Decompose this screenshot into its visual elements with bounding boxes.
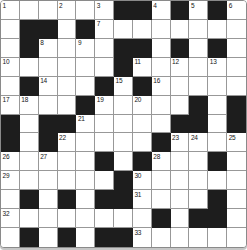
block-cell-r11-c11: [208, 209, 227, 228]
cell-r2-c8[interactable]: [152, 39, 171, 58]
cell-r2-c4[interactable]: 9: [76, 39, 95, 58]
cell-r6-c5[interactable]: [95, 115, 114, 134]
block-cell-r0-c9: [171, 1, 190, 20]
cell-r8-c0[interactable]: 26: [1, 152, 20, 171]
clue-number-16: 16: [153, 77, 160, 84]
clue-number-22: 22: [59, 134, 66, 141]
cell-r3-c10[interactable]: [189, 58, 208, 77]
cell-r7-c3[interactable]: 22: [58, 133, 77, 152]
cell-r4-c9[interactable]: [171, 77, 190, 96]
cell-r8-c4[interactable]: [76, 152, 95, 171]
cell-r5-c8[interactable]: [152, 96, 171, 115]
cell-r5-c1[interactable]: 18: [20, 96, 39, 115]
cell-r4-c8[interactable]: 16: [152, 77, 171, 96]
block-cell-r5-c4: [76, 96, 95, 115]
clue-number-21: 21: [78, 115, 85, 122]
block-cell-r8-c5: [95, 152, 114, 171]
cell-r9-c0[interactable]: 29: [1, 171, 20, 190]
clue-number-7: 7: [97, 20, 100, 27]
cell-r7-c7[interactable]: [133, 133, 152, 152]
cell-r2-c0[interactable]: [1, 39, 20, 58]
block-cell-r6-c0: [1, 115, 20, 134]
clue-number-20: 20: [134, 96, 141, 103]
clue-number-25: 25: [229, 134, 236, 141]
cell-r2-c5[interactable]: [95, 39, 114, 58]
cell-r1-c0[interactable]: [1, 20, 20, 39]
clue-number-3: 3: [97, 2, 100, 9]
block-cell-r2-c11: [208, 39, 227, 58]
cell-r9-c5[interactable]: [95, 171, 114, 190]
cell-r4-c2[interactable]: 14: [39, 77, 58, 96]
cell-r1-c12[interactable]: [227, 20, 246, 39]
block-cell-r7-c8: [152, 133, 171, 152]
cell-r5-c7[interactable]: 20: [133, 96, 152, 115]
block-cell-r6-c10: [189, 115, 208, 134]
cell-r2-c3[interactable]: [58, 39, 77, 58]
block-cell-r8-c11: [208, 152, 227, 171]
cell-r10-c2[interactable]: [39, 190, 58, 209]
cell-r8-c8[interactable]: 28: [152, 152, 171, 171]
cell-r1-c9[interactable]: [171, 20, 190, 39]
cell-r5-c11[interactable]: [208, 96, 227, 115]
clue-number-18: 18: [21, 96, 28, 103]
block-cell-r12-c6: [114, 228, 133, 247]
cell-r0-c4[interactable]: [76, 1, 95, 20]
block-cell-r2-c1: [20, 39, 39, 58]
cell-r3-c12[interactable]: [227, 58, 246, 77]
cell-r11-c12[interactable]: [227, 209, 246, 228]
block-cell-r10-c3: [58, 190, 77, 209]
clue-number-23: 23: [172, 134, 179, 141]
cell-r11-c6[interactable]: [114, 209, 133, 228]
cell-r9-c8[interactable]: [152, 171, 171, 190]
cell-r0-c12[interactable]: 6: [227, 1, 246, 20]
block-cell-r0-c11: [208, 1, 227, 20]
cell-r10-c10[interactable]: [189, 190, 208, 209]
cell-r8-c9[interactable]: [171, 152, 190, 171]
cell-r8-c6[interactable]: [114, 152, 133, 171]
cell-r7-c6[interactable]: [114, 133, 133, 152]
cell-r3-c1[interactable]: [20, 58, 39, 77]
cell-r1-c5[interactable]: 7: [95, 20, 114, 39]
block-cell-r4-c5: [95, 77, 114, 96]
cell-r3-c3[interactable]: [58, 58, 77, 77]
cell-r10-c12[interactable]: [227, 190, 246, 209]
block-cell-r12-c1: [20, 228, 39, 247]
block-cell-r8-c7: [133, 152, 152, 171]
cell-r10-c9[interactable]: [171, 190, 190, 209]
cell-r1-c10[interactable]: [189, 20, 208, 39]
block-cell-r1-c2: [39, 20, 58, 39]
cell-r10-c4[interactable]: [76, 190, 95, 209]
cell-r6-c7[interactable]: [133, 115, 152, 134]
cell-r4-c6[interactable]: 15: [114, 77, 133, 96]
cell-r6-c8[interactable]: [152, 115, 171, 134]
cell-r4-c12[interactable]: [227, 77, 246, 96]
cell-r6-c11[interactable]: [208, 115, 227, 134]
cell-r9-c4[interactable]: [76, 171, 95, 190]
clue-number-9: 9: [78, 39, 81, 46]
cell-r0-c3[interactable]: 2: [58, 1, 77, 20]
clue-number-29: 29: [3, 172, 10, 179]
cell-r9-c1[interactable]: [20, 171, 39, 190]
cell-r2-c2[interactable]: 8: [39, 39, 58, 58]
cell-r0-c10[interactable]: 5: [189, 1, 208, 20]
block-cell-r10-c6: [114, 190, 133, 209]
clue-number-11: 11: [134, 58, 140, 65]
cell-r6-c6[interactable]: [114, 115, 133, 134]
cell-r6-c1[interactable]: [20, 115, 39, 134]
block-cell-r10-c11: [208, 190, 227, 209]
cell-r12-c2[interactable]: [39, 228, 58, 247]
cell-r2-c10[interactable]: [189, 39, 208, 58]
cell-r3-c9[interactable]: 12: [171, 58, 190, 77]
cell-r12-c0[interactable]: [1, 228, 20, 247]
cell-r12-c8[interactable]: [152, 228, 171, 247]
cell-r0-c1[interactable]: [20, 1, 39, 20]
clue-number-10: 10: [3, 58, 10, 65]
cell-r12-c4[interactable]: [76, 228, 95, 247]
block-cell-r10-c5: [95, 190, 114, 209]
clue-number-17: 17: [3, 96, 10, 103]
cell-r11-c7[interactable]: [133, 209, 152, 228]
block-cell-r4-c7: [133, 77, 152, 96]
clue-number-33: 33: [134, 229, 141, 236]
block-cell-r1-c1: [20, 20, 39, 39]
cell-r8-c12[interactable]: [227, 152, 246, 171]
clue-number-13: 13: [210, 58, 217, 65]
cell-r11-c5[interactable]: [95, 209, 114, 228]
clue-number-2: 2: [59, 2, 62, 9]
cell-r4-c4[interactable]: [76, 77, 95, 96]
cell-r12-c7[interactable]: 33: [133, 228, 152, 247]
clue-number-14: 14: [40, 77, 47, 84]
cell-r1-c7[interactable]: [133, 20, 152, 39]
cell-r11-c1[interactable]: [20, 209, 39, 228]
block-cell-r3-c6: [114, 58, 133, 77]
block-cell-r7-c2: [39, 133, 58, 152]
block-cell-r6-c2: [39, 115, 58, 134]
cell-r7-c10[interactable]: 24: [189, 133, 208, 152]
cell-r9-c12[interactable]: [227, 171, 246, 190]
cell-r5-c6[interactable]: [114, 96, 133, 115]
clue-number-8: 8: [40, 39, 43, 46]
block-cell-r6-c9: [171, 115, 190, 134]
cell-r9-c2[interactable]: [39, 171, 58, 190]
cell-r5-c2[interactable]: [39, 96, 58, 115]
cell-r8-c1[interactable]: [20, 152, 39, 171]
block-cell-r5-c10: [189, 96, 208, 115]
cell-r7-c4[interactable]: [76, 133, 95, 152]
cell-r8-c2[interactable]: 27: [39, 152, 58, 171]
cell-r5-c9[interactable]: [171, 96, 190, 115]
clue-number-6: 6: [229, 2, 232, 9]
cell-r1-c11[interactable]: [208, 20, 227, 39]
cell-r1-c8[interactable]: [152, 20, 171, 39]
cell-r3-c2[interactable]: [39, 58, 58, 77]
block-cell-r2-c6: [114, 39, 133, 58]
cell-r11-c3[interactable]: [58, 209, 77, 228]
block-cell-r11-c10: [189, 209, 208, 228]
cell-r7-c11[interactable]: [208, 133, 227, 152]
cell-r8-c10[interactable]: [189, 152, 208, 171]
cell-r9-c7[interactable]: 30: [133, 171, 152, 190]
cell-r9-c11[interactable]: [208, 171, 227, 190]
block-cell-r12-c3: [58, 228, 77, 247]
cell-r3-c11[interactable]: 13: [208, 58, 227, 77]
block-cell-r0-c7: [133, 1, 152, 20]
cell-r11-c2[interactable]: [39, 209, 58, 228]
cell-r5-c3[interactable]: [58, 96, 77, 115]
cell-r10-c7[interactable]: 31: [133, 190, 152, 209]
cell-r3-c7[interactable]: 11: [133, 58, 152, 77]
crossword-puzzle: 1234567891011121314151617181920212223242…: [0, 0, 247, 248]
cell-r3-c0[interactable]: 10: [1, 58, 20, 77]
block-cell-r9-c6: [114, 171, 133, 190]
block-cell-r4-c1: [20, 77, 39, 96]
clue-number-27: 27: [40, 153, 47, 160]
cell-r7-c1[interactable]: [20, 133, 39, 152]
cell-r2-c12[interactable]: [227, 39, 246, 58]
cell-r7-c12[interactable]: 25: [227, 133, 246, 152]
cell-r9-c10[interactable]: [189, 171, 208, 190]
clue-number-12: 12: [172, 58, 179, 65]
block-cell-r11-c8: [152, 209, 171, 228]
block-cell-r7-c0: [1, 133, 20, 152]
cell-r1-c3[interactable]: [58, 20, 77, 39]
clue-number-32: 32: [3, 210, 10, 217]
cell-r11-c9[interactable]: [171, 209, 190, 228]
block-cell-r2-c9: [171, 39, 190, 58]
cell-r3-c8[interactable]: [152, 58, 171, 77]
cell-r4-c0[interactable]: [1, 77, 20, 96]
cell-r5-c0[interactable]: 17: [1, 96, 20, 115]
cell-r11-c0[interactable]: 32: [1, 209, 20, 228]
cell-r11-c4[interactable]: [76, 209, 95, 228]
cell-r4-c11[interactable]: [208, 77, 227, 96]
cell-r8-c3[interactable]: [58, 152, 77, 171]
clue-number-31: 31: [134, 191, 141, 198]
cell-r4-c3[interactable]: [58, 77, 77, 96]
cell-r0-c5[interactable]: 3: [95, 1, 114, 20]
cell-r12-c9[interactable]: [171, 228, 190, 247]
block-cell-r1-c4: [76, 20, 95, 39]
cell-r6-c4[interactable]: 21: [76, 115, 95, 134]
cell-r10-c0[interactable]: [1, 190, 20, 209]
block-cell-r12-c5: [95, 228, 114, 247]
clue-number-24: 24: [191, 134, 198, 141]
cell-r9-c3[interactable]: [58, 171, 77, 190]
block-cell-r5-c12: [227, 96, 246, 115]
clue-number-26: 26: [3, 153, 10, 160]
cell-r4-c10[interactable]: [189, 77, 208, 96]
clue-number-15: 15: [116, 77, 123, 84]
cell-r3-c4[interactable]: [76, 58, 95, 77]
crossword-grid: 1234567891011121314151617181920212223242…: [1, 1, 246, 247]
clue-number-1: 1: [3, 2, 6, 9]
block-cell-r2-c7: [133, 39, 152, 58]
cell-r12-c11[interactable]: [208, 228, 227, 247]
cell-r3-c5[interactable]: [95, 58, 114, 77]
block-cell-r6-c12: [227, 115, 246, 134]
block-cell-r6-c3: [58, 115, 77, 134]
clue-number-28: 28: [153, 153, 160, 160]
cell-r0-c2[interactable]: [39, 1, 58, 20]
cell-r10-c8[interactable]: [152, 190, 171, 209]
clue-number-19: 19: [97, 96, 104, 103]
cell-r0-c0[interactable]: 1: [1, 1, 20, 20]
cell-r0-c8[interactable]: 4: [152, 1, 171, 20]
cell-r12-c12[interactable]: [227, 228, 246, 247]
clue-number-30: 30: [134, 172, 141, 179]
block-cell-r10-c1: [20, 190, 39, 209]
cell-r7-c5[interactable]: [95, 133, 114, 152]
cell-r12-c10[interactable]: [189, 228, 208, 247]
cell-r7-c9[interactable]: 23: [171, 133, 190, 152]
cell-r9-c9[interactable]: [171, 171, 190, 190]
cell-r5-c5[interactable]: 19: [95, 96, 114, 115]
block-cell-r0-c6: [114, 1, 133, 20]
cell-r1-c6[interactable]: [114, 20, 133, 39]
clue-number-4: 4: [153, 2, 156, 9]
clue-number-5: 5: [191, 2, 194, 9]
